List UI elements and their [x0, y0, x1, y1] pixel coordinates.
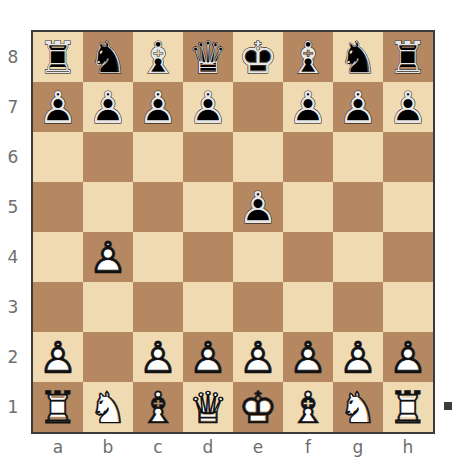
piece-black-pawn[interactable]: ♟♙	[383, 82, 433, 132]
piece-white-bishop[interactable]: ♝♗	[133, 382, 183, 432]
square-b4[interactable]: ♟♙	[83, 232, 133, 282]
square-h4[interactable]	[383, 232, 433, 282]
square-h5[interactable]	[383, 182, 433, 232]
square-a1[interactable]: ♜♖	[33, 382, 83, 432]
rank-label-4: 4	[0, 232, 26, 282]
piece-black-pawn[interactable]: ♟♙	[183, 82, 233, 132]
square-a5[interactable]	[33, 182, 83, 232]
piece-black-rook[interactable]: ♜♖	[33, 32, 83, 82]
rank-labels: 87654321	[0, 32, 26, 432]
square-b8[interactable]: ♞♘	[83, 32, 133, 82]
square-a6[interactable]	[33, 132, 83, 182]
square-f8[interactable]: ♝♗	[283, 32, 333, 82]
square-g8[interactable]: ♞♘	[333, 32, 383, 82]
square-d6[interactable]	[183, 132, 233, 182]
square-h6[interactable]	[383, 132, 433, 182]
square-b3[interactable]	[83, 282, 133, 332]
square-c7[interactable]: ♟♙	[133, 82, 183, 132]
square-d7[interactable]: ♟♙	[183, 82, 233, 132]
square-f4[interactable]	[283, 232, 333, 282]
square-f7[interactable]: ♟♙	[283, 82, 333, 132]
rank-label-3: 3	[0, 282, 26, 332]
piece-white-knight[interactable]: ♞♘	[333, 382, 383, 432]
square-d3[interactable]	[183, 282, 233, 332]
piece-black-knight[interactable]: ♞♘	[83, 32, 133, 82]
square-a8[interactable]: ♜♖	[33, 32, 83, 82]
piece-white-pawn[interactable]: ♟♙	[383, 332, 433, 382]
square-h2[interactable]: ♟♙	[383, 332, 433, 382]
piece-white-pawn[interactable]: ♟♙	[283, 332, 333, 382]
rank-label-2: 2	[0, 332, 26, 382]
square-g7[interactable]: ♟♙	[333, 82, 383, 132]
file-label-c: c	[133, 434, 183, 460]
square-d8[interactable]: ♛♕	[183, 32, 233, 82]
piece-black-queen[interactable]: ♛♕	[183, 32, 233, 82]
square-d2[interactable]: ♟♙	[183, 332, 233, 382]
piece-white-knight[interactable]: ♞♘	[83, 382, 133, 432]
square-c1[interactable]: ♝♗	[133, 382, 183, 432]
piece-white-bishop[interactable]: ♝♗	[283, 382, 333, 432]
file-label-e: e	[233, 434, 283, 460]
square-h1[interactable]: ♜♖	[383, 382, 433, 432]
piece-white-pawn[interactable]: ♟♙	[133, 332, 183, 382]
piece-white-rook[interactable]: ♜♖	[33, 382, 83, 432]
rank-label-1: 1	[0, 382, 26, 432]
piece-white-pawn[interactable]: ♟♙	[33, 332, 83, 382]
square-c4[interactable]	[133, 232, 183, 282]
file-label-b: b	[83, 434, 133, 460]
piece-black-rook[interactable]: ♜♖	[383, 32, 433, 82]
square-c8[interactable]: ♝♗	[133, 32, 183, 82]
square-d4[interactable]	[183, 232, 233, 282]
piece-white-rook[interactable]: ♜♖	[383, 382, 433, 432]
square-e7[interactable]	[233, 82, 283, 132]
piece-black-pawn[interactable]: ♟♙	[83, 82, 133, 132]
square-a7[interactable]: ♟♙	[33, 82, 83, 132]
square-b1[interactable]: ♞♘	[83, 382, 133, 432]
square-g2[interactable]: ♟♙	[333, 332, 383, 382]
square-f1[interactable]: ♝♗	[283, 382, 333, 432]
square-e2[interactable]: ♟♙	[233, 332, 283, 382]
square-e6[interactable]	[233, 132, 283, 182]
square-c2[interactable]: ♟♙	[133, 332, 183, 382]
piece-black-bishop[interactable]: ♝♗	[133, 32, 183, 82]
piece-white-pawn[interactable]: ♟♙	[333, 332, 383, 382]
square-a4[interactable]	[33, 232, 83, 282]
square-b6[interactable]	[83, 132, 133, 182]
file-label-f: f	[283, 434, 333, 460]
square-e3[interactable]	[233, 282, 283, 332]
file-label-h: h	[383, 434, 433, 460]
rank-label-8: 8	[0, 32, 26, 82]
rank-label-7: 7	[0, 82, 26, 132]
square-g1[interactable]: ♞♘	[333, 382, 383, 432]
square-f2[interactable]: ♟♙	[283, 332, 333, 382]
square-e8[interactable]: ♚♔	[233, 32, 283, 82]
square-f5[interactable]	[283, 182, 333, 232]
piece-black-pawn[interactable]: ♟♙	[233, 182, 283, 232]
piece-black-knight[interactable]: ♞♘	[333, 32, 383, 82]
square-b5[interactable]	[83, 182, 133, 232]
piece-white-pawn[interactable]: ♟♙	[183, 332, 233, 382]
file-labels: abcdefgh	[33, 434, 433, 460]
square-h3[interactable]	[383, 282, 433, 332]
square-b7[interactable]: ♟♙	[83, 82, 133, 132]
square-g6[interactable]	[333, 132, 383, 182]
piece-black-pawn[interactable]: ♟♙	[133, 82, 183, 132]
chess-board-screenshot: 87654321 ♜♖♞♘♝♗♛♕♚♔♝♗♞♘♜♖♟♙♟♙♟♙♟♙♟♙♟♙♟♙♟…	[0, 0, 464, 464]
square-g4[interactable]	[333, 232, 383, 282]
rank-label-5: 5	[0, 182, 26, 232]
square-c3[interactable]	[133, 282, 183, 332]
square-f3[interactable]	[283, 282, 333, 332]
move-indicator-square	[444, 402, 452, 410]
square-h8[interactable]: ♜♖	[383, 32, 433, 82]
file-label-d: d	[183, 434, 233, 460]
square-d1[interactable]: ♛♕	[183, 382, 233, 432]
square-e5[interactable]: ♟♙	[233, 182, 283, 232]
chess-board[interactable]: ♜♖♞♘♝♗♛♕♚♔♝♗♞♘♜♖♟♙♟♙♟♙♟♙♟♙♟♙♟♙♟♙♟♙♟♙♟♙♟♙…	[31, 30, 435, 434]
piece-white-king[interactable]: ♚♔	[233, 382, 283, 432]
square-b2[interactable]	[83, 332, 133, 382]
piece-black-pawn[interactable]: ♟♙	[33, 82, 83, 132]
piece-white-queen[interactable]: ♛♕	[183, 382, 233, 432]
square-h7[interactable]: ♟♙	[383, 82, 433, 132]
square-c6[interactable]	[133, 132, 183, 182]
file-label-g: g	[333, 434, 383, 460]
square-g5[interactable]	[333, 182, 383, 232]
piece-black-pawn[interactable]: ♟♙	[333, 82, 383, 132]
square-e4[interactable]	[233, 232, 283, 282]
file-label-a: a	[33, 434, 83, 460]
square-c5[interactable]	[133, 182, 183, 232]
square-d5[interactable]	[183, 182, 233, 232]
square-a3[interactable]	[33, 282, 83, 332]
rank-label-6: 6	[0, 132, 26, 182]
piece-black-pawn[interactable]: ♟♙	[283, 82, 333, 132]
piece-white-pawn[interactable]: ♟♙	[83, 232, 133, 282]
piece-white-pawn[interactable]: ♟♙	[233, 332, 283, 382]
piece-black-king[interactable]: ♚♔	[233, 32, 283, 82]
square-e1[interactable]: ♚♔	[233, 382, 283, 432]
square-f6[interactable]	[283, 132, 333, 182]
piece-black-bishop[interactable]: ♝♗	[283, 32, 333, 82]
square-a2[interactable]: ♟♙	[33, 332, 83, 382]
square-g3[interactable]	[333, 282, 383, 332]
